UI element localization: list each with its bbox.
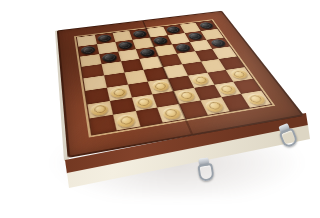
light-checker[interactable]: [109, 86, 128, 98]
square-r5c7[interactable]: [226, 67, 253, 81]
checker-ring-detail: [194, 76, 207, 84]
checker-ring-detail: [113, 88, 125, 96]
light-checker[interactable]: [176, 89, 197, 102]
checker-ring-detail: [212, 40, 224, 46]
square-r5c6[interactable]: [207, 70, 233, 85]
square-r7c0[interactable]: [90, 115, 117, 135]
square-r5c0[interactable]: [85, 88, 109, 105]
checker-ring-detail: [190, 33, 201, 39]
checker-ring-detail: [201, 23, 212, 28]
light-checker[interactable]: [116, 113, 137, 128]
checker-ring-detail: [177, 45, 189, 51]
square-r3c0[interactable]: [82, 64, 104, 78]
light-checker[interactable]: [151, 80, 170, 92]
square-r4c7[interactable]: [219, 56, 245, 69]
checker-ring-detail: [138, 98, 151, 107]
front-clasp-icon: [195, 157, 214, 181]
square-r6c7[interactable]: [233, 78, 261, 94]
square-r6c0[interactable]: [87, 101, 112, 119]
checker-ring-detail: [164, 108, 178, 117]
checker-ring-detail: [83, 47, 93, 53]
black-checker[interactable]: [175, 43, 192, 52]
square-r4c0[interactable]: [83, 75, 106, 90]
light-checker[interactable]: [90, 103, 109, 117]
light-checker[interactable]: [245, 93, 267, 106]
checker-ring-detail: [220, 85, 234, 93]
checker-ring-detail: [249, 95, 264, 104]
checker-ring-detail: [168, 27, 179, 32]
checker-ring-detail: [100, 36, 110, 42]
play-area: [77, 21, 271, 135]
checker-ring-detail: [155, 38, 166, 44]
checker-ring-detail: [207, 102, 222, 111]
square-r5c2[interactable]: [127, 81, 152, 97]
product-photo-scene: [0, 0, 320, 218]
light-checker[interactable]: [191, 74, 211, 85]
checker-ring-detail: [120, 42, 131, 48]
light-checker[interactable]: [204, 99, 226, 112]
square-r7c1[interactable]: [113, 111, 140, 130]
checker-ring-detail: [180, 92, 194, 100]
checker-ring-detail: [232, 70, 246, 77]
checker-ring-detail: [141, 50, 152, 56]
checker-ring-detail: [104, 54, 115, 61]
checker-ring-detail: [119, 116, 133, 126]
checker-ring-detail: [134, 31, 144, 36]
square-r7c2[interactable]: [135, 108, 163, 127]
square-r4c1[interactable]: [104, 73, 128, 88]
square-r7c7[interactable]: [241, 91, 270, 108]
light-checker[interactable]: [229, 69, 249, 80]
square-r4c3[interactable]: [144, 67, 168, 81]
square-r6c5[interactable]: [194, 84, 221, 100]
light-checker[interactable]: [217, 83, 238, 95]
square-r6c6[interactable]: [214, 81, 242, 97]
checker-ring-detail: [94, 105, 107, 114]
square-r4c2[interactable]: [124, 70, 148, 85]
square-r6c2[interactable]: [131, 94, 157, 111]
square-r5c5[interactable]: [188, 73, 214, 88]
checker-ring-detail: [154, 82, 167, 90]
square-r5c1[interactable]: [107, 84, 132, 100]
square-r6c1[interactable]: [110, 97, 136, 115]
light-checker[interactable]: [134, 96, 154, 109]
square-r7c5[interactable]: [200, 97, 229, 115]
square-r7c6[interactable]: [221, 94, 250, 111]
black-checker[interactable]: [209, 39, 227, 48]
